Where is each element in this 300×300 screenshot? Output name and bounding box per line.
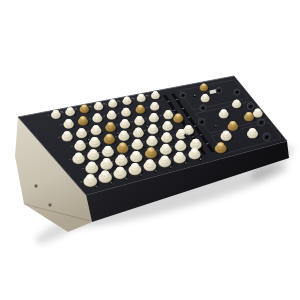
knob-cap	[80, 116, 86, 121]
knob-cap	[124, 96, 129, 100]
knob-highlight	[110, 112, 112, 113]
knob-cap	[101, 170, 109, 176]
toggle-switch	[199, 158, 202, 161]
knob-cap	[178, 129, 184, 134]
knob-highlight	[250, 129, 252, 130]
toggle-switch	[94, 186, 97, 189]
knob-cap	[166, 110, 172, 115]
knob-highlight	[192, 150, 195, 152]
knob-cap	[165, 121, 171, 126]
knob-highlight	[235, 101, 237, 102]
knob-cap	[123, 108, 129, 113]
toggle-switch	[184, 162, 187, 165]
knob-cap	[163, 132, 169, 137]
toggle-switch	[184, 134, 187, 137]
knob-cap	[137, 116, 143, 121]
knob-cap	[234, 100, 239, 104]
knob-cap	[185, 125, 191, 130]
knob-cap	[106, 134, 112, 139]
knob-highlight	[76, 154, 79, 156]
knob-cap	[161, 156, 168, 162]
knob-cap	[249, 128, 255, 133]
knob-cap	[94, 113, 100, 118]
knob-highlight	[150, 137, 153, 139]
switch-tip	[200, 159, 201, 160]
knob-cap	[77, 140, 84, 145]
knob-highlight	[153, 103, 155, 104]
switch-tip	[215, 125, 216, 126]
knob-highlight	[124, 109, 126, 110]
knob-highlight	[97, 103, 99, 104]
jack-hole	[260, 121, 263, 124]
knob-cap	[105, 146, 112, 152]
knob-highlight	[122, 132, 124, 133]
knob-highlight	[147, 161, 150, 163]
knob-highlight	[194, 140, 197, 142]
knob-highlight	[78, 142, 81, 144]
knob-highlight	[111, 100, 113, 101]
knob-highlight	[165, 134, 167, 135]
knob-highlight	[177, 153, 180, 155]
switch-tip	[111, 182, 112, 183]
knob-highlight	[203, 95, 205, 96]
knob-cap	[146, 159, 153, 165]
jack-hole	[218, 89, 220, 91]
knob-highlight	[139, 95, 141, 96]
knob-cap	[150, 124, 156, 129]
knob-cap	[138, 105, 143, 109]
screw-center	[50, 205, 51, 206]
knob-highlight	[95, 114, 97, 115]
knob-cap	[223, 131, 229, 136]
knob-cap	[255, 108, 261, 113]
knob-cap	[90, 149, 97, 155]
knob-cap	[131, 163, 138, 169]
knob-cap	[134, 139, 141, 144]
knob-cap	[66, 119, 72, 124]
switch-tip	[88, 139, 89, 140]
switch-tip	[117, 133, 118, 134]
toggle-switch	[193, 94, 196, 97]
knob-highlight	[68, 108, 70, 109]
knob-cap	[152, 102, 157, 106]
knob-highlight	[136, 129, 138, 130]
switch-tip	[96, 186, 97, 187]
knob-cap	[82, 104, 87, 108]
knob-highlight	[106, 147, 109, 149]
knob-cap	[119, 142, 126, 147]
toggle-switch	[169, 166, 172, 169]
product-photo-scene	[0, 0, 300, 300]
knob-cap	[88, 162, 95, 168]
knob-cap	[96, 102, 101, 106]
knob-highlight	[132, 164, 135, 166]
knob-cap	[135, 127, 141, 132]
knob-cap	[118, 154, 125, 160]
knob-cap	[191, 148, 198, 154]
knob-highlight	[119, 156, 122, 158]
knob-cap	[201, 83, 206, 87]
switch-tip	[125, 178, 126, 179]
knob-cap	[162, 144, 169, 150]
knob-cap	[203, 94, 208, 98]
switch-tip	[147, 126, 148, 127]
jack-hole	[202, 107, 205, 110]
knob-cap	[177, 140, 184, 145]
knob-cap	[67, 107, 72, 111]
knob-highlight	[166, 122, 168, 123]
knob-highlight	[134, 152, 137, 154]
knob-cap	[153, 91, 158, 95]
knob-highlight	[103, 172, 106, 174]
knob-highlight	[118, 168, 121, 170]
toggle-switch	[139, 174, 142, 177]
switch-tip	[170, 166, 171, 167]
knob-cap	[221, 109, 227, 114]
knob-highlight	[152, 114, 154, 115]
toggle-switch	[154, 170, 157, 173]
knob-highlight	[67, 120, 69, 121]
knob-highlight	[79, 129, 81, 130]
toggle-switch	[109, 182, 112, 185]
switch-tip	[140, 174, 141, 175]
jack-hole	[200, 120, 203, 123]
switch-tip	[185, 163, 186, 164]
knob-cap	[78, 128, 84, 133]
knob-highlight	[54, 111, 56, 112]
knob-highlight	[135, 140, 138, 142]
knob-cap	[91, 137, 97, 142]
knob-cap	[151, 113, 157, 118]
knob-cap	[109, 110, 115, 115]
knob-cap	[53, 110, 59, 115]
knob-cap	[107, 122, 113, 127]
knob-cap	[86, 174, 94, 180]
knob-highlight	[154, 92, 156, 93]
knob-highlight	[256, 110, 258, 111]
knob-highlight	[166, 111, 168, 112]
knob-highlight	[65, 132, 67, 133]
knob-highlight	[104, 159, 107, 161]
knob-cap	[217, 142, 224, 148]
knob-highlight	[123, 120, 125, 121]
knob-cap	[110, 99, 115, 103]
knob-highlight	[94, 126, 96, 127]
switch-tip	[186, 134, 187, 135]
knob-highlight	[91, 151, 94, 153]
knob-cap	[149, 136, 155, 141]
knob-highlight	[179, 130, 181, 131]
knob-highlight	[88, 176, 91, 178]
knob-highlight	[137, 117, 139, 118]
knob-highlight	[224, 132, 226, 133]
knob-highlight	[163, 145, 166, 147]
toggle-switch	[214, 125, 217, 128]
knob-cap	[93, 125, 99, 130]
switch-tip	[194, 95, 195, 96]
knob-highlight	[151, 126, 153, 127]
knob-cap	[148, 147, 155, 153]
knob-cap	[121, 131, 127, 136]
knob-highlight	[162, 157, 165, 159]
knob-highlight	[92, 138, 95, 140]
screw-center	[36, 186, 37, 187]
knob-highlight	[125, 98, 127, 99]
knob-cap	[103, 158, 110, 164]
knob-highlight	[222, 110, 224, 111]
switch-tip	[155, 170, 156, 171]
knob-highlight	[89, 163, 92, 165]
knob-highlight	[186, 126, 188, 127]
knob-cap	[64, 131, 70, 136]
knob-highlight	[178, 142, 181, 144]
knob-cap	[175, 114, 181, 119]
knob-cap	[139, 94, 144, 98]
knob-cap	[116, 167, 123, 173]
knob-cap	[230, 121, 236, 126]
knob-cap	[192, 139, 199, 144]
jack-hole	[182, 94, 184, 96]
jack-hole	[236, 91, 239, 94]
knob-cap	[176, 152, 183, 158]
knob-cap	[122, 119, 128, 124]
toggle-switch	[124, 178, 127, 181]
mixer-product-photo	[0, 0, 300, 300]
knob-cap	[75, 153, 82, 159]
jack-hole	[249, 105, 252, 108]
knob-cap	[246, 112, 252, 117]
jack-hole	[265, 135, 268, 138]
knob-cap	[133, 151, 140, 157]
